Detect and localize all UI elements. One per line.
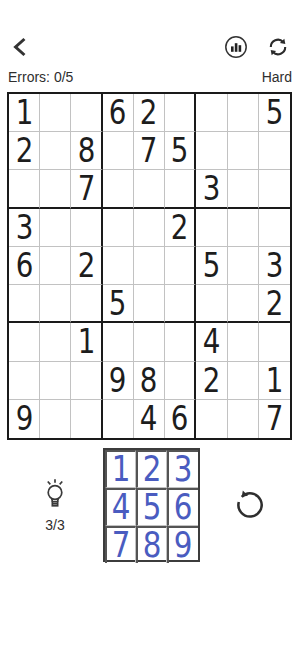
sudoku-cell-r8c7[interactable]: 2 xyxy=(196,362,227,400)
sudoku-cell-r5c4[interactable] xyxy=(103,247,134,285)
given-digit: 4 xyxy=(203,325,221,358)
given-digit: 5 xyxy=(171,134,189,167)
keypad-digit: 5 xyxy=(143,490,162,525)
keypad-button-6[interactable]: 6 xyxy=(167,488,198,526)
keypad-digit: 8 xyxy=(143,528,162,563)
sudoku-cell-r1c4[interactable]: 6 xyxy=(103,94,134,132)
keypad-button-5[interactable]: 5 xyxy=(136,488,167,526)
sudoku-cell-r8c1[interactable] xyxy=(9,362,40,400)
sudoku-cell-r2c5[interactable]: 7 xyxy=(134,132,165,170)
sudoku-cell-r2c4[interactable] xyxy=(103,132,134,170)
given-digit: 3 xyxy=(203,172,221,205)
sudoku-cell-r9c8[interactable] xyxy=(228,400,259,438)
sudoku-cell-r7c6[interactable] xyxy=(165,323,196,361)
sudoku-cell-r6c3[interactable] xyxy=(71,285,102,323)
sudoku-cell-r9c4[interactable] xyxy=(103,400,134,438)
given-digit: 8 xyxy=(77,134,95,167)
given-digit: 7 xyxy=(140,134,158,167)
given-digit: 1 xyxy=(15,96,33,129)
sudoku-cell-r2c1[interactable]: 2 xyxy=(9,132,40,170)
sudoku-cell-r9c3[interactable] xyxy=(71,400,102,438)
given-digit: 5 xyxy=(266,96,284,129)
sudoku-cell-r4c1[interactable]: 3 xyxy=(9,209,40,247)
sudoku-cell-r6c9[interactable]: 2 xyxy=(259,285,290,323)
sudoku-cell-r7c4[interactable] xyxy=(103,323,134,361)
sudoku-cell-r3c5[interactable] xyxy=(134,170,165,208)
sudoku-board: 1625287573326253521498219467 xyxy=(7,92,292,440)
sudoku-cell-r4c9[interactable] xyxy=(259,209,290,247)
sudoku-cell-r5c1[interactable]: 6 xyxy=(9,247,40,285)
undo-button[interactable] xyxy=(231,485,269,526)
sudoku-cell-r3c2[interactable] xyxy=(40,170,71,208)
keypad-digit: 9 xyxy=(174,528,193,563)
sudoku-cell-r4c6[interactable]: 2 xyxy=(165,209,196,247)
keypad-digit: 4 xyxy=(112,490,131,525)
sudoku-cell-r4c7[interactable] xyxy=(196,209,227,247)
given-digit: 3 xyxy=(266,249,284,282)
keypad-digit: 1 xyxy=(112,452,131,487)
sudoku-cell-r5c7[interactable]: 5 xyxy=(196,247,227,285)
sudoku-cell-r2c3[interactable]: 8 xyxy=(71,132,102,170)
keypad-digit: 6 xyxy=(174,490,193,525)
given-digit: 8 xyxy=(140,364,158,397)
keypad-button-8[interactable]: 8 xyxy=(136,526,167,563)
sudoku-cell-r3c6[interactable] xyxy=(165,170,196,208)
sudoku-cell-r9c9[interactable]: 7 xyxy=(259,400,290,438)
sudoku-cell-r6c2[interactable] xyxy=(40,285,71,323)
given-digit: 7 xyxy=(77,172,95,205)
sudoku-cell-r3c7[interactable]: 3 xyxy=(196,170,227,208)
sudoku-cell-r2c6[interactable]: 5 xyxy=(165,132,196,170)
sudoku-cell-r5c8[interactable] xyxy=(228,247,259,285)
sudoku-cell-r8c9[interactable]: 1 xyxy=(259,362,290,400)
header xyxy=(0,0,300,60)
sudoku-cell-r3c8[interactable] xyxy=(228,170,259,208)
sudoku-cell-r6c5[interactable] xyxy=(134,285,165,323)
sudoku-cell-r2c8[interactable] xyxy=(228,132,259,170)
sudoku-cell-r1c6[interactable] xyxy=(165,94,196,132)
sudoku-cell-r7c9[interactable] xyxy=(259,323,290,361)
keypad-digit: 2 xyxy=(143,452,162,487)
keypad-digit: 3 xyxy=(174,452,193,487)
restart-icon xyxy=(266,35,290,62)
sudoku-cell-r9c2[interactable] xyxy=(40,400,71,438)
sudoku-cell-r2c7[interactable] xyxy=(196,132,227,170)
status-row: Errors: 0/5 Hard xyxy=(0,69,300,85)
keypad-button-1[interactable]: 1 xyxy=(105,450,136,488)
sudoku-cell-r4c8[interactable] xyxy=(228,209,259,247)
given-digit: 6 xyxy=(109,96,127,129)
sudoku-app-screen: Errors: 0/5 Hard 16252875733262535214982… xyxy=(0,0,300,649)
sudoku-cell-r3c3[interactable]: 7 xyxy=(71,170,102,208)
hint-count: 3/3 xyxy=(45,517,64,533)
sudoku-cell-r9c6[interactable]: 6 xyxy=(165,400,196,438)
sudoku-cell-r7c1[interactable] xyxy=(9,323,40,361)
sudoku-cell-r5c6[interactable] xyxy=(165,247,196,285)
sudoku-cell-r5c9[interactable]: 3 xyxy=(259,247,290,285)
sudoku-cell-r7c5[interactable] xyxy=(134,323,165,361)
given-digit: 3 xyxy=(15,211,33,244)
sudoku-cell-r9c5[interactable]: 4 xyxy=(134,400,165,438)
given-digit: 6 xyxy=(171,402,189,435)
sudoku-cell-r4c5[interactable] xyxy=(134,209,165,247)
sudoku-cell-r2c2[interactable] xyxy=(40,132,71,170)
stats-button[interactable] xyxy=(224,35,248,62)
sudoku-cell-r9c7[interactable] xyxy=(196,400,227,438)
sudoku-cell-r8c8[interactable] xyxy=(228,362,259,400)
sudoku-cell-r3c1[interactable] xyxy=(9,170,40,208)
number-keypad: 123456789 xyxy=(103,448,200,562)
hint-button[interactable]: 3/3 xyxy=(7,477,103,533)
lightbulb-icon xyxy=(40,477,70,515)
sudoku-cell-r7c3[interactable]: 1 xyxy=(71,323,102,361)
sudoku-cell-r6c8[interactable] xyxy=(228,285,259,323)
sudoku-cell-r6c1[interactable] xyxy=(9,285,40,323)
bar-chart-icon xyxy=(224,35,248,62)
sudoku-cell-r7c8[interactable] xyxy=(228,323,259,361)
given-digit: 4 xyxy=(140,402,158,435)
sudoku-cell-r3c9[interactable] xyxy=(259,170,290,208)
sudoku-cell-r5c2[interactable] xyxy=(40,247,71,285)
sudoku-cell-r5c5[interactable] xyxy=(134,247,165,285)
keypad-button-3[interactable]: 3 xyxy=(167,450,198,488)
given-digit: 5 xyxy=(109,287,127,320)
sudoku-cell-r7c2[interactable] xyxy=(40,323,71,361)
bottom-controls: 3/3 123456789 xyxy=(0,448,300,562)
sudoku-cell-r8c2[interactable] xyxy=(40,362,71,400)
keypad-button-7[interactable]: 7 xyxy=(105,526,136,563)
sudoku-cell-r4c2[interactable] xyxy=(40,209,71,247)
sudoku-cell-r3c4[interactable] xyxy=(103,170,134,208)
sudoku-cell-r8c5[interactable]: 8 xyxy=(134,362,165,400)
sudoku-cell-r7c7[interactable]: 4 xyxy=(196,323,227,361)
given-digit: 5 xyxy=(203,249,221,282)
given-digit: 2 xyxy=(203,364,221,397)
sudoku-cell-r2c9[interactable] xyxy=(259,132,290,170)
given-digit: 2 xyxy=(77,249,95,282)
sudoku-cell-r1c9[interactable]: 5 xyxy=(259,94,290,132)
sudoku-cell-r4c4[interactable] xyxy=(103,209,134,247)
undo-rotate-ccw-icon xyxy=(231,485,269,526)
given-digit: 7 xyxy=(266,402,284,435)
sudoku-cell-r8c3[interactable] xyxy=(71,362,102,400)
given-digit: 1 xyxy=(77,325,95,358)
sudoku-cell-r8c4[interactable]: 9 xyxy=(103,362,134,400)
given-digit: 1 xyxy=(266,364,284,397)
given-digit: 2 xyxy=(171,211,189,244)
given-digit: 2 xyxy=(266,287,284,320)
sudoku-cell-r1c3[interactable] xyxy=(71,94,102,132)
sudoku-cell-r5c3[interactable]: 2 xyxy=(71,247,102,285)
sudoku-cell-r9c1[interactable]: 9 xyxy=(9,400,40,438)
errors-label: Errors: 0/5 xyxy=(8,69,73,85)
sudoku-cell-r8c6[interactable] xyxy=(165,362,196,400)
keypad-button-9[interactable]: 9 xyxy=(167,526,198,563)
back-button[interactable] xyxy=(12,36,28,61)
back-chevron-icon xyxy=(12,36,28,61)
given-digit: 2 xyxy=(15,134,33,167)
difficulty-label: Hard xyxy=(262,69,292,85)
restart-button[interactable] xyxy=(266,35,290,62)
given-digit: 2 xyxy=(140,96,158,129)
given-digit: 9 xyxy=(109,364,127,397)
keypad-button-2[interactable]: 2 xyxy=(136,450,167,488)
sudoku-cell-r1c8[interactable] xyxy=(228,94,259,132)
sudoku-cell-r1c7[interactable] xyxy=(196,94,227,132)
sudoku-cell-r1c1[interactable]: 1 xyxy=(9,94,40,132)
sudoku-cell-r6c6[interactable] xyxy=(165,285,196,323)
sudoku-cell-r6c7[interactable] xyxy=(196,285,227,323)
given-digit: 6 xyxy=(15,249,33,282)
sudoku-cell-r4c3[interactable] xyxy=(71,209,102,247)
sudoku-cell-r1c5[interactable]: 2 xyxy=(134,94,165,132)
keypad-digit: 7 xyxy=(112,528,131,563)
given-digit: 9 xyxy=(15,402,33,435)
keypad-button-4[interactable]: 4 xyxy=(105,488,136,526)
sudoku-cell-r1c2[interactable] xyxy=(40,94,71,132)
sudoku-cell-r6c4[interactable]: 5 xyxy=(103,285,134,323)
